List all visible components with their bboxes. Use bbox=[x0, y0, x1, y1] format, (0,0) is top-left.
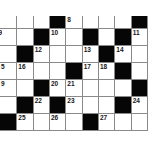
clue-number-12-r2-c2: 12 bbox=[35, 46, 42, 53]
block-cell-r2-c1 bbox=[16, 45, 32, 62]
cell-r0-c7[interactable] bbox=[114, 16, 130, 28]
block-cell-r5-c3 bbox=[49, 96, 65, 113]
cell-r1-c8[interactable]: 11 bbox=[131, 28, 147, 45]
cell-r2-c2[interactable]: 12 bbox=[33, 45, 49, 62]
cell-r2-c4[interactable] bbox=[65, 45, 81, 62]
clue-number-26-r6-c3: 26 bbox=[51, 114, 58, 121]
block-cell-r1-c7 bbox=[114, 28, 130, 45]
cell-r6-c6[interactable]: 27 bbox=[98, 113, 114, 130]
clue-number-9-r1-c0: 9 bbox=[0, 29, 2, 36]
cell-r0-c4[interactable]: 8 bbox=[65, 16, 81, 28]
block-cell-r0-c3 bbox=[49, 16, 65, 28]
block-cell-r1-c5 bbox=[82, 28, 98, 45]
cell-r5-c8[interactable]: 24 bbox=[131, 96, 147, 113]
cell-r0-c6[interactable] bbox=[98, 16, 114, 28]
cell-r3-c2[interactable] bbox=[33, 62, 49, 79]
block-cell-r4-c2 bbox=[33, 79, 49, 96]
block-cell-r4-c8 bbox=[131, 79, 147, 96]
crossword-screenshot: 891011121314516171892021222324252627 bbox=[0, 0, 150, 150]
cell-r0-c0[interactable] bbox=[0, 16, 16, 28]
cell-r2-c8[interactable] bbox=[131, 45, 147, 62]
clue-number-9-r4-c0: 9 bbox=[1, 80, 5, 87]
clue-number-20-r4-c3: 20 bbox=[51, 80, 58, 87]
cell-r3-c3[interactable] bbox=[49, 62, 65, 79]
cell-r6-c3[interactable]: 26 bbox=[49, 113, 65, 130]
cell-r4-c6[interactable] bbox=[98, 79, 114, 96]
cell-r1-c6[interactable] bbox=[98, 28, 114, 45]
cell-r5-c2[interactable]: 22 bbox=[33, 96, 49, 113]
clue-number-21-r4-c4: 21 bbox=[67, 80, 74, 87]
clue-number-5-r3-c0: 5 bbox=[1, 63, 5, 70]
block-cell-r3-c7 bbox=[114, 62, 130, 79]
cell-r2-c5[interactable]: 13 bbox=[82, 45, 98, 62]
block-cell-r0-c8 bbox=[131, 16, 147, 28]
cell-r4-c1[interactable] bbox=[16, 79, 32, 96]
block-cell-r2-c6 bbox=[98, 45, 114, 62]
block-cell-r5-c1 bbox=[16, 96, 32, 113]
cell-r5-c6[interactable] bbox=[98, 96, 114, 113]
cell-r4-c0[interactable]: 9 bbox=[0, 79, 16, 96]
cell-r1-c4[interactable] bbox=[65, 28, 81, 45]
clue-number-22-r5-c2: 22 bbox=[35, 97, 42, 104]
clue-number-23-r5-c4: 23 bbox=[67, 97, 74, 104]
cell-r5-c4[interactable]: 23 bbox=[65, 96, 81, 113]
cell-r6-c7[interactable] bbox=[114, 113, 130, 130]
crossword-board: 891011121314516171892021222324252627 bbox=[0, 16, 148, 131]
cell-r1-c1[interactable] bbox=[16, 28, 32, 45]
cell-r4-c7[interactable] bbox=[114, 79, 130, 96]
clue-number-24-r5-c8: 24 bbox=[133, 97, 140, 104]
cell-r1-c0[interactable]: 9 bbox=[0, 28, 16, 45]
block-cell-r3-c4 bbox=[65, 62, 81, 79]
cell-r6-c1[interactable]: 25 bbox=[16, 113, 32, 130]
cell-r3-c0[interactable]: 5 bbox=[0, 62, 16, 79]
clue-number-11-r1-c8: 11 bbox=[133, 29, 140, 36]
clue-number-14-r2-c7: 14 bbox=[116, 46, 123, 53]
block-cell-r1-c2 bbox=[33, 28, 49, 45]
clue-number-17-r3-c5: 17 bbox=[84, 63, 91, 70]
cell-r6-c2[interactable] bbox=[33, 113, 49, 130]
cell-r2-c3[interactable] bbox=[49, 45, 65, 62]
clue-number-16-r3-c1: 16 bbox=[18, 63, 25, 70]
block-cell-r6-c5 bbox=[82, 113, 98, 130]
cell-r3-c6[interactable]: 18 bbox=[98, 62, 114, 79]
cell-r0-c1[interactable] bbox=[16, 16, 32, 28]
clue-number-13-r2-c5: 13 bbox=[84, 46, 91, 53]
cell-r1-c3[interactable]: 10 bbox=[49, 28, 65, 45]
clue-number-25-r6-c1: 25 bbox=[18, 114, 25, 121]
cell-r3-c8[interactable] bbox=[131, 62, 147, 79]
cell-r3-c1[interactable]: 16 bbox=[16, 62, 32, 79]
cell-r3-c5[interactable]: 17 bbox=[82, 62, 98, 79]
clue-number-18-r3-c6: 18 bbox=[100, 63, 107, 70]
clue-number-10-r1-c3: 10 bbox=[51, 29, 58, 36]
cell-r4-c5[interactable] bbox=[82, 79, 98, 96]
block-cell-r5-c7 bbox=[114, 96, 130, 113]
cell-r2-c7[interactable]: 14 bbox=[114, 45, 130, 62]
cell-r0-c2[interactable] bbox=[33, 16, 49, 28]
block-cell-r6-c0 bbox=[0, 113, 16, 130]
cell-r5-c5[interactable] bbox=[82, 96, 98, 113]
cell-r0-c5[interactable] bbox=[82, 16, 98, 28]
clue-number-27-r6-c6: 27 bbox=[100, 114, 107, 121]
cell-r2-c0[interactable] bbox=[0, 45, 16, 62]
cell-r4-c4[interactable]: 21 bbox=[65, 79, 81, 96]
cell-r5-c0[interactable] bbox=[0, 96, 16, 113]
clue-number-8-r0-c4: 8 bbox=[67, 16, 71, 23]
cell-r6-c8[interactable] bbox=[131, 113, 147, 130]
cell-r6-c4[interactable] bbox=[65, 113, 81, 130]
cell-r4-c3[interactable]: 20 bbox=[49, 79, 65, 96]
